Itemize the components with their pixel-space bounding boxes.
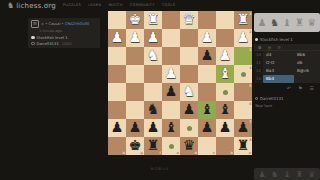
white-pawn-piece: ♟	[144, 29, 162, 47]
resign-flag-icon[interactable]: ⚑	[298, 85, 302, 91]
menu-item-watch[interactable]: WATCH	[109, 3, 123, 7]
square-a6[interactable]: 6	[234, 101, 252, 119]
square-b7[interactable]: ♟	[216, 119, 234, 137]
square-d8[interactable]: ♛d	[180, 137, 198, 155]
black-player-rating: 1500?	[62, 42, 72, 46]
square-c5[interactable]	[198, 83, 216, 101]
square-f8[interactable]: ♜f	[144, 137, 162, 155]
game-info-prefix: ∞ • Casual •	[41, 22, 65, 26]
game-side-panel: ♟♞♝♜♛ Stockfish level 1 ⬢▤⚙ 10d4Bb611O-O…	[252, 11, 320, 180]
square-d1[interactable]: ♛	[180, 11, 198, 29]
square-d5[interactable]: ♞	[180, 83, 198, 101]
square-d3[interactable]	[180, 47, 198, 65]
square-c6[interactable]: ♝	[198, 101, 216, 119]
pocket-rook-icon[interactable]: ♜	[296, 170, 303, 179]
black-knight-piece: ♞	[144, 101, 162, 119]
square-g8[interactable]: ♚g	[126, 137, 144, 155]
white-pawn-piece: ♟	[162, 65, 180, 83]
black-bishop-piece: ♝	[162, 119, 180, 137]
square-b1[interactable]	[216, 11, 234, 29]
black-player-name[interactable]: Darrell3131	[37, 41, 59, 46]
book-icon[interactable]: ▤	[268, 45, 272, 50]
square-a7[interactable]: ♟7	[234, 119, 252, 137]
pocket-bishop-icon[interactable]: ♝	[282, 17, 291, 28]
square-c2[interactable]: ♟	[198, 29, 216, 47]
white-bishop-piece: ♝	[216, 65, 234, 83]
game-controls: ↶⚑☰	[254, 83, 320, 92]
file-label: c	[213, 151, 215, 155]
square-f3[interactable]: ♞	[144, 47, 162, 65]
square-c7[interactable]: ♟	[198, 119, 216, 137]
move-number: 11	[254, 59, 263, 67]
black-color-icon	[31, 42, 35, 46]
black-pawn-piece: ♟	[126, 119, 144, 137]
black-bishop-piece: ♝	[198, 101, 216, 119]
move-black[interactable]: Bb6	[294, 51, 320, 59]
square-d4[interactable]	[180, 65, 198, 83]
square-g5[interactable]	[126, 83, 144, 101]
square-h2[interactable]: ♟	[108, 29, 126, 47]
black-color-icon	[255, 97, 258, 100]
square-e2[interactable]	[162, 29, 180, 47]
panel-bottom-player: Darrell3131	[255, 96, 284, 101]
analysis-icon[interactable]: ⬢	[258, 45, 262, 50]
square-h6[interactable]	[108, 101, 126, 119]
move-rows: 10d4Bb611O-Od612Ba3B@c613Bb4	[254, 51, 320, 83]
square-a3[interactable]: 3	[234, 47, 252, 65]
square-f6[interactable]: ♞	[144, 101, 162, 119]
square-d2[interactable]	[180, 29, 198, 47]
black-pawn-piece: ♟	[198, 47, 216, 65]
square-b5[interactable]	[216, 83, 234, 101]
menu-item-learn[interactable]: LEARN	[88, 3, 101, 7]
pocket-queen-icon[interactable]: ♛	[308, 170, 315, 179]
move-black[interactable]	[294, 75, 320, 83]
menu-item-play[interactable]: PLAY	[46, 3, 56, 7]
white-pawn-piece: ♟	[108, 29, 126, 47]
square-f7[interactable]: ♟	[144, 119, 162, 137]
black-pawn-piece: ♟	[216, 119, 234, 137]
move-row: 13Bb4	[254, 75, 320, 83]
white-color-icon	[31, 36, 35, 40]
move-black[interactable]: d6	[294, 59, 320, 67]
movelist-toolbar: ⬢▤⚙	[254, 44, 320, 51]
pocket-pawn-icon[interactable]: ♟	[259, 170, 266, 179]
square-d7[interactable]	[180, 119, 198, 137]
legal-move-dot	[223, 90, 228, 95]
pocket-pawn-icon[interactable]: ♟	[258, 17, 267, 28]
square-g2[interactable]: ♟	[126, 29, 144, 47]
move-list: ⬢▤⚙ 10d4Bb611O-Od612Ba3B@c613Bb4	[254, 44, 320, 83]
square-b4[interactable]: ♝	[216, 65, 234, 83]
square-a5[interactable]: 5	[234, 83, 252, 101]
square-e1[interactable]	[162, 11, 180, 29]
move-row: 12Ba3B@c6	[254, 67, 320, 75]
white-pawn-piece: ♟	[126, 29, 144, 47]
panel-top-player: Stockfish level 1	[255, 37, 293, 42]
black-pawn-piece: ♟	[198, 119, 216, 137]
square-e8[interactable]: e	[162, 137, 180, 155]
black-pawn-piece: ♟	[180, 101, 198, 119]
pocket-queen-icon[interactable]: ♛	[307, 17, 316, 28]
white-player-name[interactable]: Stockfish level 1	[37, 35, 68, 40]
menu-item-tools[interactable]: TOOLS	[162, 3, 176, 7]
square-b3[interactable]: ♟	[216, 47, 234, 65]
main-menu: PLAYPUZZLESLEARNWATCHCOMMUNITYTOOLS	[46, 3, 175, 7]
square-h8[interactable]: h	[108, 137, 126, 155]
file-label: d	[195, 151, 197, 155]
square-h5[interactable]	[108, 83, 126, 101]
square-h3[interactable]	[108, 47, 126, 65]
move-white[interactable]: d4	[263, 51, 294, 59]
file-label: h	[123, 151, 125, 155]
square-h7[interactable]: ♟	[108, 119, 126, 137]
crazyhouse-pocket-white: ♟♞♝♜♛	[254, 13, 320, 32]
square-a1[interactable]: ♜1	[234, 11, 252, 29]
move-black[interactable]: B@c6	[294, 67, 320, 75]
move-number: 12	[254, 67, 263, 75]
white-color-icon	[255, 38, 258, 41]
square-b8[interactable]: b	[216, 137, 234, 155]
square-b6[interactable]: ♝	[216, 101, 234, 119]
square-f1[interactable]: ♜	[144, 11, 162, 29]
move-white[interactable]: Ba3	[263, 67, 294, 75]
square-a4[interactable]: 4	[234, 65, 252, 83]
lichess-horse-icon: ♞	[7, 1, 14, 11]
menu-icon[interactable]: ☰	[310, 85, 314, 91]
white-knight-piece: ♞	[180, 83, 198, 101]
move-white[interactable]: O-O	[263, 59, 294, 67]
square-b2[interactable]	[216, 29, 234, 47]
white-knight-piece: ♞	[144, 47, 162, 65]
square-g6[interactable]	[126, 101, 144, 119]
file-label: e	[177, 151, 179, 155]
black-pawn-piece: ♟	[144, 119, 162, 137]
file-label: b	[231, 151, 233, 155]
square-e3[interactable]	[162, 47, 180, 65]
square-c8[interactable]: c	[198, 137, 216, 155]
black-player-line: Darrell3131 1500?	[31, 41, 97, 46]
white-queen-piece: ♛	[180, 11, 198, 29]
legal-move-dot	[241, 72, 246, 77]
legal-move-dot	[169, 144, 174, 149]
square-c1[interactable]	[198, 11, 216, 29]
file-label: a	[249, 151, 251, 155]
file-label: g	[141, 151, 143, 155]
square-e4[interactable]: ♟	[162, 65, 180, 83]
square-a8[interactable]: ♜a8	[234, 137, 252, 155]
move-white[interactable]: Bb4	[263, 75, 294, 83]
game-time-ago: 1 minute ago	[39, 29, 97, 33]
crazyhouse-pocket-black: ♟♞♝♜♛	[254, 168, 320, 180]
turn-indicator: Your turn	[255, 103, 272, 108]
square-f5[interactable]	[144, 83, 162, 101]
black-pawn-piece: ♟	[162, 83, 180, 101]
square-g3[interactable]	[126, 47, 144, 65]
panel-bottom-player-name[interactable]: Darrell3131	[260, 96, 284, 101]
square-f4[interactable]	[144, 65, 162, 83]
square-c4[interactable]	[198, 65, 216, 83]
square-h1[interactable]	[108, 11, 126, 29]
pocket-rook-icon[interactable]: ♜	[295, 17, 304, 28]
move-number: 13	[254, 75, 263, 83]
white-king-piece: ♚	[126, 11, 144, 29]
square-e7[interactable]: ♝	[162, 119, 180, 137]
variant-icon: ⊞	[31, 20, 39, 28]
square-h4[interactable]	[108, 65, 126, 83]
square-f2[interactable]: ♟	[144, 29, 162, 47]
move-row: 10d4Bb6	[254, 51, 320, 59]
menu-item-puzzles[interactable]: PUZZLES	[63, 3, 81, 7]
black-bishop-piece: ♝	[216, 101, 234, 119]
panel-top-player-name[interactable]: Stockfish level 1	[260, 37, 293, 42]
game-meta-box: ⊞ ∞ • Casual • CRAZYHOUSE 1 minute ago S…	[28, 18, 100, 48]
settings-icon[interactable]: ⚙	[277, 45, 281, 50]
square-e5[interactable]: ♟	[162, 83, 180, 101]
move-number: 10	[254, 51, 263, 59]
pocket-knight-icon[interactable]: ♞	[271, 170, 278, 179]
square-g4[interactable]	[126, 65, 144, 83]
lichess-game-page: ♞ lichess.org PLAYPUZZLESLEARNWATCHCOMMU…	[0, 0, 320, 180]
square-e6[interactable]	[162, 101, 180, 119]
square-g7[interactable]: ♟	[126, 119, 144, 137]
game-info-line: ∞ • Casual • CRAZYHOUSE	[41, 22, 90, 26]
square-g1[interactable]: ♚	[126, 11, 144, 29]
white-pawn-piece: ♟	[198, 29, 216, 47]
white-pawn-piece: ♟	[216, 47, 234, 65]
black-pawn-piece: ♟	[108, 119, 126, 137]
white-rook-piece: ♜	[144, 11, 162, 29]
square-c3[interactable]: ♟	[198, 47, 216, 65]
white-player-line: Stockfish level 1	[31, 35, 97, 40]
menu-item-community[interactable]: COMMUNITY	[130, 3, 155, 7]
square-d6[interactable]: ♟	[180, 101, 198, 119]
footer-link[interactable]: MOBILE	[130, 167, 190, 171]
takeback-icon[interactable]: ↶	[287, 85, 291, 91]
square-a2[interactable]: ♟2	[234, 29, 252, 47]
legal-move-dot	[187, 126, 192, 131]
variant-link[interactable]: CRAZYHOUSE	[65, 22, 90, 26]
file-label: f	[160, 151, 161, 155]
move-row: 11O-Od6	[254, 59, 320, 67]
pocket-bishop-icon[interactable]: ♝	[283, 170, 290, 179]
chess-board: ♚♜♛♜1♟♟♟♟♟2♞♟♟3♟♝4♟♞5♞♟♝♝6♟♟♟♝♟♟♟7h♚g♜fe…	[108, 11, 252, 155]
pocket-knight-icon[interactable]: ♞	[270, 17, 279, 28]
